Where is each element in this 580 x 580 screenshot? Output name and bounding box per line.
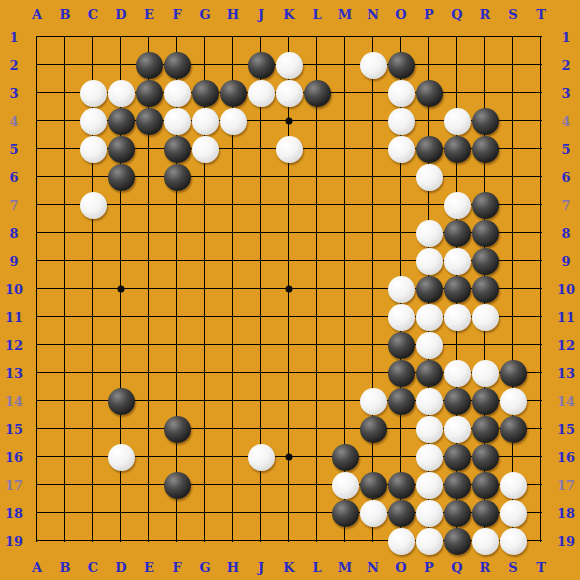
intersection-K11[interactable] [275,303,303,331]
intersection-H3[interactable] [219,79,247,107]
intersection-Q17[interactable] [443,471,471,499]
intersection-J15[interactable] [247,415,275,443]
intersection-L4[interactable] [303,107,331,135]
intersection-N1[interactable] [359,23,387,51]
intersection-C7[interactable] [79,191,107,219]
intersection-C6[interactable] [79,163,107,191]
intersection-L19[interactable] [303,527,331,555]
intersection-G18[interactable] [191,499,219,527]
intersection-H10[interactable] [219,275,247,303]
intersection-D18[interactable] [107,499,135,527]
intersection-D6[interactable] [107,163,135,191]
intersection-R13[interactable] [471,359,499,387]
intersection-F11[interactable] [163,303,191,331]
intersection-K6[interactable] [275,163,303,191]
intersection-E15[interactable] [135,415,163,443]
intersection-E9[interactable] [135,247,163,275]
intersection-B6[interactable] [51,163,79,191]
intersection-G5[interactable] [191,135,219,163]
intersection-S7[interactable] [499,191,527,219]
intersection-L3[interactable] [303,79,331,107]
intersection-O9[interactable] [387,247,415,275]
intersection-P19[interactable] [415,527,443,555]
intersection-D19[interactable] [107,527,135,555]
intersection-J8[interactable] [247,219,275,247]
intersection-M8[interactable] [331,219,359,247]
intersection-M10[interactable] [331,275,359,303]
intersection-C8[interactable] [79,219,107,247]
intersection-N5[interactable] [359,135,387,163]
intersection-S11[interactable] [499,303,527,331]
intersection-C10[interactable] [79,275,107,303]
intersection-H9[interactable] [219,247,247,275]
intersection-Q9[interactable] [443,247,471,275]
intersection-C19[interactable] [79,527,107,555]
intersection-F6[interactable] [163,163,191,191]
intersection-H19[interactable] [219,527,247,555]
intersection-C12[interactable] [79,331,107,359]
intersection-P16[interactable] [415,443,443,471]
intersection-S5[interactable] [499,135,527,163]
intersection-J1[interactable] [247,23,275,51]
intersection-J10[interactable] [247,275,275,303]
intersection-K7[interactable] [275,191,303,219]
intersection-Q19[interactable] [443,527,471,555]
intersection-H6[interactable] [219,163,247,191]
intersection-M5[interactable] [331,135,359,163]
intersection-M11[interactable] [331,303,359,331]
intersection-T10[interactable] [527,275,555,303]
intersection-P1[interactable] [415,23,443,51]
intersection-N4[interactable] [359,107,387,135]
intersection-O12[interactable] [387,331,415,359]
intersection-L14[interactable] [303,387,331,415]
intersection-N15[interactable] [359,415,387,443]
intersection-L6[interactable] [303,163,331,191]
intersection-L13[interactable] [303,359,331,387]
intersection-E13[interactable] [135,359,163,387]
intersection-K17[interactable] [275,471,303,499]
intersection-C17[interactable] [79,471,107,499]
intersection-O7[interactable] [387,191,415,219]
intersection-E17[interactable] [135,471,163,499]
intersection-B5[interactable] [51,135,79,163]
intersection-J7[interactable] [247,191,275,219]
intersection-O1[interactable] [387,23,415,51]
intersection-H16[interactable] [219,443,247,471]
intersection-R2[interactable] [471,51,499,79]
intersection-F9[interactable] [163,247,191,275]
intersection-P11[interactable] [415,303,443,331]
intersection-B1[interactable] [51,23,79,51]
intersection-L8[interactable] [303,219,331,247]
intersection-H17[interactable] [219,471,247,499]
intersection-K1[interactable] [275,23,303,51]
intersection-P7[interactable] [415,191,443,219]
intersection-A11[interactable] [23,303,51,331]
intersection-G4[interactable] [191,107,219,135]
intersection-P10[interactable] [415,275,443,303]
intersection-N9[interactable] [359,247,387,275]
intersection-J12[interactable] [247,331,275,359]
intersection-L1[interactable] [303,23,331,51]
intersection-K19[interactable] [275,527,303,555]
intersection-A7[interactable] [23,191,51,219]
intersection-D5[interactable] [107,135,135,163]
intersection-T5[interactable] [527,135,555,163]
intersection-Q3[interactable] [443,79,471,107]
intersection-D4[interactable] [107,107,135,135]
intersection-A13[interactable] [23,359,51,387]
intersection-O6[interactable] [387,163,415,191]
intersection-G6[interactable] [191,163,219,191]
intersection-O15[interactable] [387,415,415,443]
intersection-J14[interactable] [247,387,275,415]
intersection-F15[interactable] [163,415,191,443]
intersection-P18[interactable] [415,499,443,527]
intersection-B11[interactable] [51,303,79,331]
intersection-R19[interactable] [471,527,499,555]
intersection-D15[interactable] [107,415,135,443]
intersection-A6[interactable] [23,163,51,191]
intersection-J16[interactable] [247,443,275,471]
intersection-C5[interactable] [79,135,107,163]
intersection-F4[interactable] [163,107,191,135]
intersection-N19[interactable] [359,527,387,555]
intersection-M1[interactable] [331,23,359,51]
intersection-L2[interactable] [303,51,331,79]
intersection-F8[interactable] [163,219,191,247]
intersection-A18[interactable] [23,499,51,527]
intersection-H5[interactable] [219,135,247,163]
intersection-H7[interactable] [219,191,247,219]
intersection-P5[interactable] [415,135,443,163]
intersection-J18[interactable] [247,499,275,527]
intersection-F1[interactable] [163,23,191,51]
intersection-P2[interactable] [415,51,443,79]
intersection-P13[interactable] [415,359,443,387]
intersection-S8[interactable] [499,219,527,247]
intersection-F7[interactable] [163,191,191,219]
intersection-H1[interactable] [219,23,247,51]
intersection-S18[interactable] [499,499,527,527]
intersection-A14[interactable] [23,387,51,415]
intersection-M7[interactable] [331,191,359,219]
intersection-B16[interactable] [51,443,79,471]
intersection-K5[interactable] [275,135,303,163]
intersection-K3[interactable] [275,79,303,107]
intersection-O4[interactable] [387,107,415,135]
intersection-K16[interactable] [275,443,303,471]
intersection-O10[interactable] [387,275,415,303]
intersection-C11[interactable] [79,303,107,331]
intersection-S4[interactable] [499,107,527,135]
intersection-T15[interactable] [527,415,555,443]
intersection-C15[interactable] [79,415,107,443]
intersection-R16[interactable] [471,443,499,471]
intersection-E1[interactable] [135,23,163,51]
intersection-J3[interactable] [247,79,275,107]
intersection-Q8[interactable] [443,219,471,247]
intersection-F10[interactable] [163,275,191,303]
intersection-Q15[interactable] [443,415,471,443]
intersection-G1[interactable] [191,23,219,51]
intersection-T6[interactable] [527,163,555,191]
intersection-H15[interactable] [219,415,247,443]
intersection-N16[interactable] [359,443,387,471]
intersection-F14[interactable] [163,387,191,415]
intersection-G12[interactable] [191,331,219,359]
intersection-J5[interactable] [247,135,275,163]
intersection-E16[interactable] [135,443,163,471]
intersection-G3[interactable] [191,79,219,107]
intersection-B19[interactable] [51,527,79,555]
intersection-G16[interactable] [191,443,219,471]
intersection-O5[interactable] [387,135,415,163]
intersection-A9[interactable] [23,247,51,275]
intersection-G11[interactable] [191,303,219,331]
intersection-E14[interactable] [135,387,163,415]
intersection-N13[interactable] [359,359,387,387]
intersection-C18[interactable] [79,499,107,527]
intersection-F17[interactable] [163,471,191,499]
intersection-E5[interactable] [135,135,163,163]
intersection-E18[interactable] [135,499,163,527]
intersection-R4[interactable] [471,107,499,135]
intersection-A5[interactable] [23,135,51,163]
intersection-Q7[interactable] [443,191,471,219]
intersection-T4[interactable] [527,107,555,135]
intersection-C2[interactable] [79,51,107,79]
intersection-N12[interactable] [359,331,387,359]
intersection-A10[interactable] [23,275,51,303]
intersection-P17[interactable] [415,471,443,499]
intersection-G7[interactable] [191,191,219,219]
intersection-K4[interactable] [275,107,303,135]
intersection-E10[interactable] [135,275,163,303]
intersection-A2[interactable] [23,51,51,79]
intersection-O17[interactable] [387,471,415,499]
intersection-K15[interactable] [275,415,303,443]
intersection-D7[interactable] [107,191,135,219]
intersection-R1[interactable] [471,23,499,51]
intersection-Q14[interactable] [443,387,471,415]
intersection-R12[interactable] [471,331,499,359]
intersection-P6[interactable] [415,163,443,191]
intersection-H18[interactable] [219,499,247,527]
intersection-G19[interactable] [191,527,219,555]
intersection-B18[interactable] [51,499,79,527]
intersection-B13[interactable] [51,359,79,387]
intersection-L5[interactable] [303,135,331,163]
intersection-K9[interactable] [275,247,303,275]
intersection-R6[interactable] [471,163,499,191]
intersection-L12[interactable] [303,331,331,359]
intersection-L11[interactable] [303,303,331,331]
intersection-M19[interactable] [331,527,359,555]
intersection-O2[interactable] [387,51,415,79]
intersection-S1[interactable] [499,23,527,51]
intersection-T13[interactable] [527,359,555,387]
intersection-T1[interactable] [527,23,555,51]
intersection-S17[interactable] [499,471,527,499]
intersection-M14[interactable] [331,387,359,415]
intersection-L15[interactable] [303,415,331,443]
intersection-Q2[interactable] [443,51,471,79]
intersection-C3[interactable] [79,79,107,107]
intersection-M4[interactable] [331,107,359,135]
intersection-F3[interactable] [163,79,191,107]
intersection-J11[interactable] [247,303,275,331]
intersection-K13[interactable] [275,359,303,387]
intersection-M9[interactable] [331,247,359,275]
intersection-K12[interactable] [275,331,303,359]
intersection-T14[interactable] [527,387,555,415]
intersection-N14[interactable] [359,387,387,415]
intersection-A15[interactable] [23,415,51,443]
intersection-R5[interactable] [471,135,499,163]
intersection-D2[interactable] [107,51,135,79]
intersection-D10[interactable] [107,275,135,303]
intersection-B14[interactable] [51,387,79,415]
intersection-J19[interactable] [247,527,275,555]
intersection-N18[interactable] [359,499,387,527]
intersection-R10[interactable] [471,275,499,303]
intersection-B8[interactable] [51,219,79,247]
intersection-Q11[interactable] [443,303,471,331]
intersection-H4[interactable] [219,107,247,135]
intersection-O3[interactable] [387,79,415,107]
intersection-L16[interactable] [303,443,331,471]
intersection-J2[interactable] [247,51,275,79]
intersection-F2[interactable] [163,51,191,79]
intersection-E7[interactable] [135,191,163,219]
intersection-S6[interactable] [499,163,527,191]
intersection-B3[interactable] [51,79,79,107]
intersection-M3[interactable] [331,79,359,107]
intersection-H14[interactable] [219,387,247,415]
intersection-P8[interactable] [415,219,443,247]
intersection-O13[interactable] [387,359,415,387]
intersection-B4[interactable] [51,107,79,135]
intersection-D17[interactable] [107,471,135,499]
intersection-E6[interactable] [135,163,163,191]
intersection-S10[interactable] [499,275,527,303]
intersection-N7[interactable] [359,191,387,219]
intersection-E3[interactable] [135,79,163,107]
intersection-H8[interactable] [219,219,247,247]
intersection-T17[interactable] [527,471,555,499]
intersection-J6[interactable] [247,163,275,191]
intersection-D16[interactable] [107,443,135,471]
intersection-O8[interactable] [387,219,415,247]
intersection-C13[interactable] [79,359,107,387]
intersection-R7[interactable] [471,191,499,219]
intersection-N10[interactable] [359,275,387,303]
intersection-L10[interactable] [303,275,331,303]
intersection-G13[interactable] [191,359,219,387]
intersection-M6[interactable] [331,163,359,191]
intersection-D1[interactable] [107,23,135,51]
intersection-G9[interactable] [191,247,219,275]
intersection-B12[interactable] [51,331,79,359]
intersection-A1[interactable] [23,23,51,51]
intersection-A8[interactable] [23,219,51,247]
intersection-T9[interactable] [527,247,555,275]
intersection-G15[interactable] [191,415,219,443]
intersection-T16[interactable] [527,443,555,471]
intersection-L7[interactable] [303,191,331,219]
intersection-N8[interactable] [359,219,387,247]
intersection-P12[interactable] [415,331,443,359]
intersection-B15[interactable] [51,415,79,443]
intersection-M12[interactable] [331,331,359,359]
intersection-R8[interactable] [471,219,499,247]
intersection-H11[interactable] [219,303,247,331]
intersection-Q6[interactable] [443,163,471,191]
intersection-A19[interactable] [23,527,51,555]
intersection-Q16[interactable] [443,443,471,471]
intersection-G10[interactable] [191,275,219,303]
intersection-B17[interactable] [51,471,79,499]
intersection-P3[interactable] [415,79,443,107]
intersection-R3[interactable] [471,79,499,107]
intersection-D9[interactable] [107,247,135,275]
intersection-N17[interactable] [359,471,387,499]
intersection-D13[interactable] [107,359,135,387]
intersection-S13[interactable] [499,359,527,387]
intersection-K8[interactable] [275,219,303,247]
intersection-L18[interactable] [303,499,331,527]
intersection-O16[interactable] [387,443,415,471]
intersection-N6[interactable] [359,163,387,191]
intersection-M17[interactable] [331,471,359,499]
intersection-T7[interactable] [527,191,555,219]
intersection-H13[interactable] [219,359,247,387]
intersection-D12[interactable] [107,331,135,359]
intersection-R18[interactable] [471,499,499,527]
intersection-F19[interactable] [163,527,191,555]
intersection-A4[interactable] [23,107,51,135]
intersection-S14[interactable] [499,387,527,415]
intersection-A17[interactable] [23,471,51,499]
intersection-D11[interactable] [107,303,135,331]
intersection-M15[interactable] [331,415,359,443]
intersection-A3[interactable] [23,79,51,107]
intersection-B10[interactable] [51,275,79,303]
intersection-E19[interactable] [135,527,163,555]
intersection-C4[interactable] [79,107,107,135]
intersection-D14[interactable] [107,387,135,415]
intersection-S16[interactable] [499,443,527,471]
intersection-F12[interactable] [163,331,191,359]
intersection-J4[interactable] [247,107,275,135]
intersection-C9[interactable] [79,247,107,275]
intersection-B2[interactable] [51,51,79,79]
intersection-M13[interactable] [331,359,359,387]
intersection-S9[interactable] [499,247,527,275]
intersection-M2[interactable] [331,51,359,79]
intersection-S19[interactable] [499,527,527,555]
intersection-H12[interactable] [219,331,247,359]
intersection-L17[interactable] [303,471,331,499]
intersection-J9[interactable] [247,247,275,275]
intersection-G17[interactable] [191,471,219,499]
intersection-F13[interactable] [163,359,191,387]
intersection-T3[interactable] [527,79,555,107]
intersection-S15[interactable] [499,415,527,443]
intersection-H2[interactable] [219,51,247,79]
